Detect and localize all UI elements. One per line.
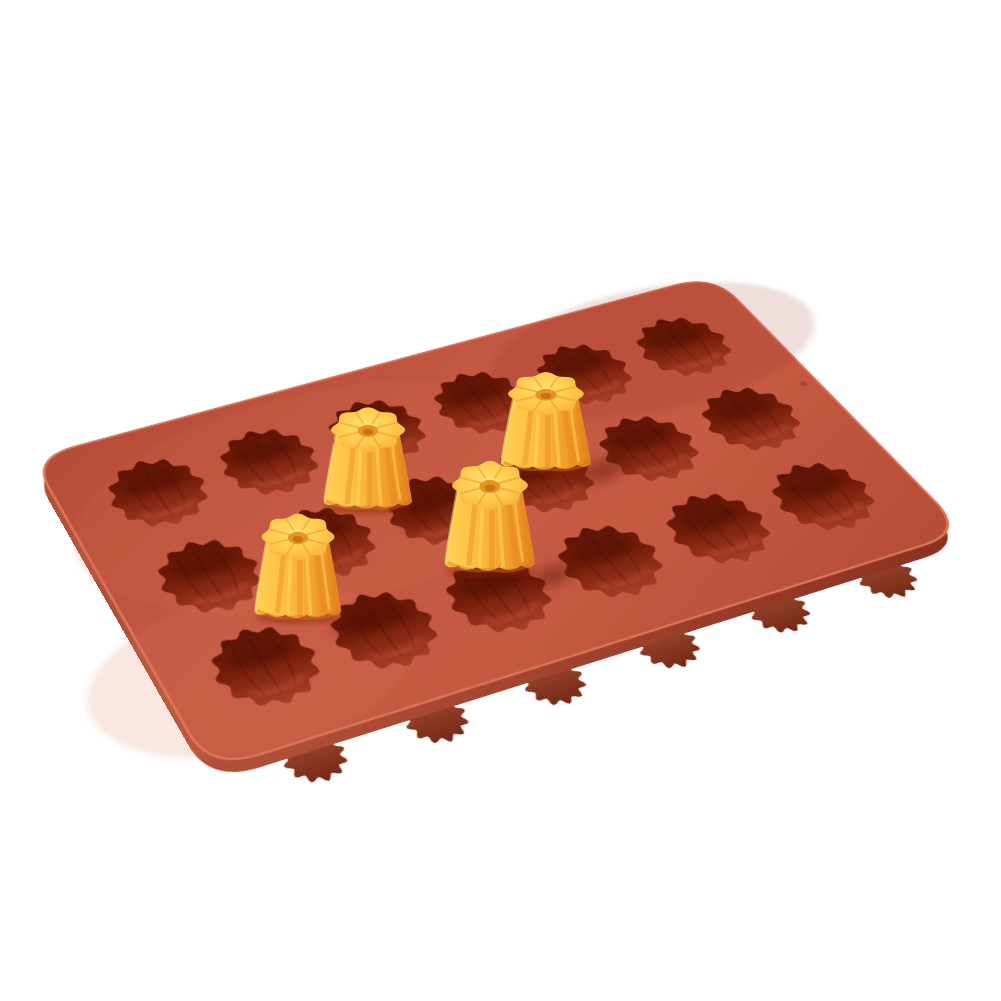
cake-middle bbox=[437, 453, 543, 579]
cake-front-left bbox=[247, 506, 349, 626]
product-photo bbox=[0, 0, 1001, 1001]
cake-back-left bbox=[316, 400, 420, 516]
